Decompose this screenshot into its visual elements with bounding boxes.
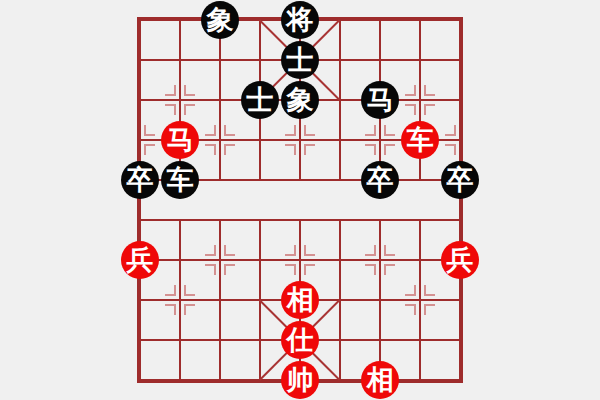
piece-red-pawn[interactable]: 兵 bbox=[441, 241, 479, 279]
xiangqi-board: 象将士士象马马车卒车卒卒兵兵相仕帅相 bbox=[0, 0, 600, 400]
point-marker bbox=[405, 304, 416, 315]
point-marker bbox=[184, 104, 195, 115]
piece-black-chariot[interactable]: 车 bbox=[161, 161, 199, 199]
point-marker bbox=[365, 125, 376, 136]
piece-red-chariot[interactable]: 车 bbox=[401, 121, 439, 159]
point-marker bbox=[285, 144, 296, 155]
point-marker bbox=[205, 144, 216, 155]
point-marker bbox=[224, 125, 235, 136]
piece-black-pawn[interactable]: 卒 bbox=[121, 161, 159, 199]
point-marker bbox=[304, 125, 315, 136]
piece-black-pawn[interactable]: 卒 bbox=[361, 161, 399, 199]
point-marker bbox=[445, 125, 456, 136]
piece-black-pawn[interactable]: 卒 bbox=[441, 161, 479, 199]
point-marker bbox=[285, 245, 296, 256]
point-marker bbox=[165, 285, 176, 296]
piece-black-advisor[interactable]: 士 bbox=[281, 41, 319, 79]
point-marker bbox=[144, 125, 155, 136]
point-marker bbox=[424, 104, 435, 115]
point-marker bbox=[304, 245, 315, 256]
point-marker bbox=[205, 264, 216, 275]
point-marker bbox=[184, 304, 195, 315]
piece-black-king[interactable]: 将 bbox=[281, 1, 319, 39]
point-marker bbox=[285, 125, 296, 136]
piece-black-elephant[interactable]: 象 bbox=[201, 1, 239, 39]
piece-red-horse[interactable]: 马 bbox=[161, 121, 199, 159]
point-marker bbox=[384, 144, 395, 155]
point-marker bbox=[184, 285, 195, 296]
point-marker bbox=[224, 264, 235, 275]
point-marker bbox=[445, 144, 456, 155]
xiangqi-screenshot: 象将士士象马马车卒车卒卒兵兵相仕帅相 bbox=[0, 0, 600, 400]
piece-red-king[interactable]: 帅 bbox=[281, 361, 319, 399]
point-marker bbox=[365, 264, 376, 275]
point-marker bbox=[384, 264, 395, 275]
point-marker bbox=[224, 144, 235, 155]
point-marker bbox=[384, 245, 395, 256]
point-marker bbox=[165, 85, 176, 96]
point-marker bbox=[304, 264, 315, 275]
piece-red-elephant[interactable]: 相 bbox=[281, 281, 319, 319]
point-marker bbox=[165, 104, 176, 115]
point-marker bbox=[205, 125, 216, 136]
point-marker bbox=[424, 304, 435, 315]
piece-red-elephant[interactable]: 相 bbox=[361, 361, 399, 399]
piece-black-elephant[interactable]: 象 bbox=[281, 81, 319, 119]
point-marker bbox=[365, 245, 376, 256]
point-marker bbox=[405, 85, 416, 96]
point-marker bbox=[165, 304, 176, 315]
point-marker bbox=[424, 85, 435, 96]
point-marker bbox=[405, 285, 416, 296]
piece-red-pawn[interactable]: 兵 bbox=[121, 241, 159, 279]
piece-red-advisor[interactable]: 仕 bbox=[281, 321, 319, 359]
point-marker bbox=[304, 144, 315, 155]
point-marker bbox=[384, 125, 395, 136]
point-marker bbox=[224, 245, 235, 256]
point-marker bbox=[405, 104, 416, 115]
point-marker bbox=[184, 85, 195, 96]
piece-black-advisor[interactable]: 士 bbox=[241, 81, 279, 119]
point-marker bbox=[285, 264, 296, 275]
point-marker bbox=[205, 245, 216, 256]
point-marker bbox=[365, 144, 376, 155]
point-marker bbox=[424, 285, 435, 296]
point-marker bbox=[144, 144, 155, 155]
piece-black-horse[interactable]: 马 bbox=[361, 81, 399, 119]
